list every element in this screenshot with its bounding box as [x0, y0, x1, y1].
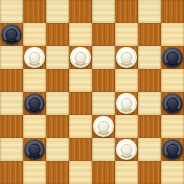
square-c8[interactable]	[46, 0, 69, 23]
square-f5[interactable]	[115, 69, 138, 92]
piece-black-man-h2[interactable]	[162, 139, 183, 160]
square-h1[interactable]	[161, 161, 184, 184]
square-g3[interactable]	[138, 115, 161, 138]
piece-core	[122, 53, 131, 62]
piece-core	[30, 145, 39, 154]
square-a3[interactable]	[0, 115, 23, 138]
square-c4[interactable]	[46, 92, 69, 115]
square-d5[interactable]	[69, 69, 92, 92]
piece-white-man-f4[interactable]	[116, 93, 137, 114]
piece-white-man-b6[interactable]	[24, 47, 45, 68]
square-a2[interactable]	[0, 138, 23, 161]
square-e8[interactable]	[92, 0, 115, 23]
square-e6[interactable]	[92, 46, 115, 69]
square-a1[interactable]	[0, 161, 23, 184]
square-d1[interactable]	[69, 161, 92, 184]
square-a6[interactable]	[0, 46, 23, 69]
piece-black-man-h6[interactable]	[162, 47, 183, 68]
square-c3[interactable]	[46, 115, 69, 138]
square-b1[interactable]	[23, 161, 46, 184]
square-g5[interactable]	[138, 69, 161, 92]
square-h2[interactable]	[161, 138, 184, 161]
square-e1[interactable]	[92, 161, 115, 184]
square-b7[interactable]	[23, 23, 46, 46]
square-h5[interactable]	[161, 69, 184, 92]
square-b5[interactable]	[23, 69, 46, 92]
checkers-board	[0, 0, 184, 184]
square-g7[interactable]	[138, 23, 161, 46]
square-g1[interactable]	[138, 161, 161, 184]
square-b8[interactable]	[23, 0, 46, 23]
square-g4[interactable]	[138, 92, 161, 115]
piece-white-man-f6[interactable]	[116, 47, 137, 68]
square-h8[interactable]	[161, 0, 184, 23]
square-f3[interactable]	[115, 115, 138, 138]
piece-core	[168, 145, 177, 154]
square-f8[interactable]	[115, 0, 138, 23]
piece-core	[99, 122, 108, 131]
square-d4[interactable]	[69, 92, 92, 115]
square-g8[interactable]	[138, 0, 161, 23]
square-c5[interactable]	[46, 69, 69, 92]
piece-black-man-b2[interactable]	[24, 139, 45, 160]
square-g6[interactable]	[138, 46, 161, 69]
square-c6[interactable]	[46, 46, 69, 69]
square-e4[interactable]	[92, 92, 115, 115]
piece-black-man-a7[interactable]	[1, 24, 22, 45]
square-d3[interactable]	[69, 115, 92, 138]
piece-white-man-d6[interactable]	[70, 47, 91, 68]
square-f4[interactable]	[115, 92, 138, 115]
square-e2[interactable]	[92, 138, 115, 161]
piece-white-man-f2[interactable]	[116, 139, 137, 160]
square-c7[interactable]	[46, 23, 69, 46]
piece-core	[30, 99, 39, 108]
piece-white-man-e3[interactable]	[93, 116, 114, 137]
square-f2[interactable]	[115, 138, 138, 161]
square-b2[interactable]	[23, 138, 46, 161]
square-f6[interactable]	[115, 46, 138, 69]
piece-core	[30, 53, 39, 62]
square-a8[interactable]	[0, 0, 23, 23]
square-a4[interactable]	[0, 92, 23, 115]
square-e3[interactable]	[92, 115, 115, 138]
square-a7[interactable]	[0, 23, 23, 46]
piece-core	[76, 53, 85, 62]
piece-black-man-h4[interactable]	[162, 93, 183, 114]
square-h4[interactable]	[161, 92, 184, 115]
piece-core	[168, 53, 177, 62]
square-b6[interactable]	[23, 46, 46, 69]
square-e5[interactable]	[92, 69, 115, 92]
square-h6[interactable]	[161, 46, 184, 69]
square-h7[interactable]	[161, 23, 184, 46]
piece-core	[122, 145, 131, 154]
square-c1[interactable]	[46, 161, 69, 184]
square-d7[interactable]	[69, 23, 92, 46]
piece-core	[168, 99, 177, 108]
square-b4[interactable]	[23, 92, 46, 115]
square-d6[interactable]	[69, 46, 92, 69]
square-d8[interactable]	[69, 0, 92, 23]
square-a5[interactable]	[0, 69, 23, 92]
square-b3[interactable]	[23, 115, 46, 138]
piece-core	[7, 30, 16, 39]
piece-black-man-b4[interactable]	[24, 93, 45, 114]
square-d2[interactable]	[69, 138, 92, 161]
square-f7[interactable]	[115, 23, 138, 46]
square-e7[interactable]	[92, 23, 115, 46]
piece-core	[122, 99, 131, 108]
square-c2[interactable]	[46, 138, 69, 161]
square-f1[interactable]	[115, 161, 138, 184]
square-g2[interactable]	[138, 138, 161, 161]
square-h3[interactable]	[161, 115, 184, 138]
